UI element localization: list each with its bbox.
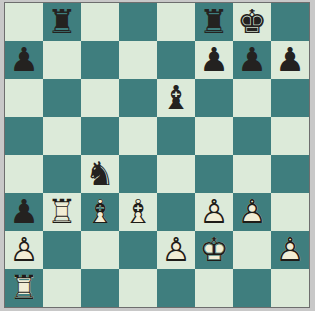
square-f4[interactable]	[195, 155, 233, 193]
square-e6[interactable]: ♝	[157, 79, 195, 117]
white-pawn-outline: ♙	[5, 231, 43, 269]
white-rook-outline: ♖	[5, 269, 43, 307]
chess-diagram: ♜♜♚♟♟♟♟♝♞♟♜♖♝♗♝♗♟♙♟♙♟♙♟♙♚♔♟♙♜♖	[0, 0, 315, 311]
square-g3[interactable]: ♟♙	[233, 193, 271, 231]
black-pawn: ♟	[5, 41, 43, 79]
square-g8[interactable]: ♚	[233, 3, 271, 41]
black-king-glyph: ♚	[233, 3, 271, 41]
square-f8[interactable]: ♜	[195, 3, 233, 41]
black-pawn: ♟	[271, 41, 309, 79]
square-b5[interactable]	[43, 117, 81, 155]
white-rook: ♜♖	[5, 269, 43, 307]
square-a1[interactable]: ♜♖	[5, 269, 43, 307]
black-knight-glyph: ♞	[81, 155, 119, 193]
square-h2[interactable]: ♟♙	[271, 231, 309, 269]
square-e4[interactable]	[157, 155, 195, 193]
black-pawn-glyph: ♟	[233, 41, 271, 79]
square-c4[interactable]: ♞	[81, 155, 119, 193]
square-h5[interactable]	[271, 117, 309, 155]
white-pawn-outline: ♙	[233, 193, 271, 231]
square-a3[interactable]: ♟	[5, 193, 43, 231]
square-f2[interactable]: ♚♔	[195, 231, 233, 269]
square-h7[interactable]: ♟	[271, 41, 309, 79]
black-pawn: ♟	[195, 41, 233, 79]
white-pawn-outline: ♙	[157, 231, 195, 269]
square-f1[interactable]	[195, 269, 233, 307]
square-d1[interactable]	[119, 269, 157, 307]
square-e5[interactable]	[157, 117, 195, 155]
square-b3[interactable]: ♜♖	[43, 193, 81, 231]
square-h4[interactable]	[271, 155, 309, 193]
square-a6[interactable]	[5, 79, 43, 117]
square-d4[interactable]	[119, 155, 157, 193]
square-b4[interactable]	[43, 155, 81, 193]
square-c5[interactable]	[81, 117, 119, 155]
square-c1[interactable]	[81, 269, 119, 307]
black-king: ♚	[233, 3, 271, 41]
white-bishop-outline: ♗	[81, 193, 119, 231]
square-d3[interactable]: ♝♗	[119, 193, 157, 231]
chess-board: ♜♜♚♟♟♟♟♝♞♟♜♖♝♗♝♗♟♙♟♙♟♙♟♙♚♔♟♙♜♖	[4, 2, 310, 308]
square-h1[interactable]	[271, 269, 309, 307]
white-bishop: ♝♗	[81, 193, 119, 231]
black-rook-glyph: ♜	[43, 3, 81, 41]
square-c7[interactable]	[81, 41, 119, 79]
square-b6[interactable]	[43, 79, 81, 117]
square-g6[interactable]	[233, 79, 271, 117]
square-a2[interactable]: ♟♙	[5, 231, 43, 269]
black-pawn: ♟	[5, 193, 43, 231]
square-e2[interactable]: ♟♙	[157, 231, 195, 269]
square-f7[interactable]: ♟	[195, 41, 233, 79]
square-d5[interactable]	[119, 117, 157, 155]
square-d7[interactable]	[119, 41, 157, 79]
square-c6[interactable]	[81, 79, 119, 117]
white-bishop: ♝♗	[119, 193, 157, 231]
white-pawn: ♟♙	[233, 193, 271, 231]
black-pawn: ♟	[233, 41, 271, 79]
black-bishop-glyph: ♝	[157, 79, 195, 117]
square-g2[interactable]	[233, 231, 271, 269]
square-a5[interactable]	[5, 117, 43, 155]
black-pawn-glyph: ♟	[5, 193, 43, 231]
square-f5[interactable]	[195, 117, 233, 155]
white-king: ♚♔	[195, 231, 233, 269]
black-rook-glyph: ♜	[195, 3, 233, 41]
square-b7[interactable]	[43, 41, 81, 79]
white-pawn: ♟♙	[195, 193, 233, 231]
black-pawn-glyph: ♟	[271, 41, 309, 79]
square-h3[interactable]	[271, 193, 309, 231]
square-g4[interactable]	[233, 155, 271, 193]
white-rook-outline: ♖	[43, 193, 81, 231]
square-f3[interactable]: ♟♙	[195, 193, 233, 231]
square-h6[interactable]	[271, 79, 309, 117]
black-knight: ♞	[81, 155, 119, 193]
square-b2[interactable]	[43, 231, 81, 269]
square-e3[interactable]	[157, 193, 195, 231]
white-rook: ♜♖	[43, 193, 81, 231]
white-pawn: ♟♙	[5, 231, 43, 269]
black-bishop: ♝	[157, 79, 195, 117]
square-d8[interactable]	[119, 3, 157, 41]
square-g7[interactable]: ♟	[233, 41, 271, 79]
white-pawn-outline: ♙	[195, 193, 233, 231]
black-pawn-glyph: ♟	[5, 41, 43, 79]
square-b8[interactable]: ♜	[43, 3, 81, 41]
square-f6[interactable]	[195, 79, 233, 117]
white-king-outline: ♔	[195, 231, 233, 269]
white-bishop-outline: ♗	[119, 193, 157, 231]
square-e7[interactable]	[157, 41, 195, 79]
square-b1[interactable]	[43, 269, 81, 307]
square-c8[interactable]	[81, 3, 119, 41]
square-e8[interactable]	[157, 3, 195, 41]
black-rook: ♜	[43, 3, 81, 41]
black-pawn-glyph: ♟	[195, 41, 233, 79]
black-rook: ♜	[195, 3, 233, 41]
square-h8[interactable]	[271, 3, 309, 41]
square-g1[interactable]	[233, 269, 271, 307]
white-pawn: ♟♙	[271, 231, 309, 269]
square-c3[interactable]: ♝♗	[81, 193, 119, 231]
square-d6[interactable]	[119, 79, 157, 117]
square-a4[interactable]	[5, 155, 43, 193]
square-a8[interactable]	[5, 3, 43, 41]
white-pawn: ♟♙	[157, 231, 195, 269]
square-a7[interactable]: ♟	[5, 41, 43, 79]
square-c2[interactable]	[81, 231, 119, 269]
square-d2[interactable]	[119, 231, 157, 269]
white-pawn-outline: ♙	[271, 231, 309, 269]
square-e1[interactable]	[157, 269, 195, 307]
square-g5[interactable]	[233, 117, 271, 155]
